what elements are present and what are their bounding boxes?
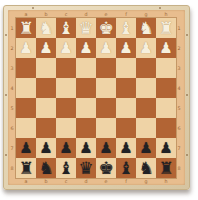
piece-wB[interactable]: ♝ — [58, 18, 73, 38]
piece-bP[interactable]: ♟ — [39, 138, 52, 158]
square-h1[interactable]: ♜ — [156, 18, 176, 38]
piece-wP[interactable]: ♟ — [159, 38, 172, 58]
square-b5[interactable] — [36, 98, 56, 118]
file-label-g: g — [138, 178, 154, 184]
square-g2[interactable]: ♟ — [136, 38, 156, 58]
square-b6[interactable] — [36, 118, 56, 138]
file-label-d: d — [78, 11, 94, 17]
rank-label-4: 4 — [176, 80, 182, 96]
rank-label-2: 2 — [9, 40, 15, 56]
square-c7[interactable]: ♟ — [56, 138, 76, 158]
square-c2[interactable]: ♟ — [56, 38, 76, 58]
square-f1[interactable]: ♝ — [116, 18, 136, 38]
square-a2[interactable]: ♟ — [16, 38, 36, 58]
file-label-d: d — [78, 178, 94, 184]
square-c5[interactable] — [56, 98, 76, 118]
rank-labels-left: 12345678 — [8, 18, 16, 178]
square-f3[interactable] — [116, 58, 136, 78]
square-d6[interactable] — [76, 118, 96, 138]
piece-wN[interactable]: ♞ — [138, 18, 153, 38]
square-h7[interactable]: ♟ — [156, 138, 176, 158]
chess-board[interactable]: ♜♞♝♛♚♝♞♜♟♟♟♟♟♟♟♟♟♟♟♟♟♟♟♟♜♞♝♛♚♝♞♜ — [16, 18, 176, 178]
square-h8[interactable]: ♜ — [156, 158, 176, 178]
file-labels-bottom: abcdefgh — [16, 177, 176, 185]
piece-wP[interactable]: ♟ — [59, 38, 72, 58]
square-h4[interactable] — [156, 78, 176, 98]
square-b7[interactable]: ♟ — [36, 138, 56, 158]
rank-label-3: 3 — [176, 60, 182, 76]
rank-label-4: 4 — [9, 80, 15, 96]
square-d3[interactable] — [76, 58, 96, 78]
piece-bP[interactable]: ♟ — [19, 138, 32, 158]
square-a1[interactable]: ♜ — [16, 18, 36, 38]
square-a5[interactable] — [16, 98, 36, 118]
square-f2[interactable]: ♟ — [116, 38, 136, 58]
rank-label-3: 3 — [9, 60, 15, 76]
square-g6[interactable] — [136, 118, 156, 138]
rank-label-5: 5 — [176, 100, 182, 116]
square-f5[interactable] — [116, 98, 136, 118]
square-d7[interactable]: ♟ — [76, 138, 96, 158]
file-label-e: e — [98, 178, 114, 184]
piece-wQ[interactable]: ♛ — [78, 18, 93, 38]
square-h2[interactable]: ♟ — [156, 38, 176, 58]
frame-screw — [5, 34, 7, 36]
piece-bB[interactable]: ♝ — [58, 158, 73, 178]
square-a8[interactable]: ♜ — [16, 158, 36, 178]
frame-screw — [186, 94, 188, 96]
piece-bP[interactable]: ♟ — [59, 138, 72, 158]
file-label-e: e — [98, 11, 114, 17]
rank-labels-right: 12345678 — [175, 18, 183, 178]
square-b8[interactable]: ♞ — [36, 158, 56, 178]
rank-label-1: 1 — [176, 20, 182, 36]
file-label-f: f — [118, 11, 134, 17]
piece-wP[interactable]: ♟ — [39, 38, 52, 58]
rank-label-8: 8 — [9, 160, 15, 176]
frame-screw — [186, 154, 188, 156]
piece-bN[interactable]: ♞ — [138, 158, 153, 178]
square-e8[interactable]: ♚ — [96, 158, 116, 178]
square-c6[interactable] — [56, 118, 76, 138]
square-g5[interactable] — [136, 98, 156, 118]
square-a7[interactable]: ♟ — [16, 138, 36, 158]
square-h5[interactable] — [156, 98, 176, 118]
frame-screw — [5, 154, 7, 156]
piece-bP[interactable]: ♟ — [99, 138, 112, 158]
file-label-a: a — [18, 178, 34, 184]
file-label-c: c — [58, 11, 74, 17]
square-a4[interactable] — [16, 78, 36, 98]
file-label-g: g — [138, 11, 154, 17]
square-c4[interactable] — [56, 78, 76, 98]
square-g8[interactable]: ♞ — [136, 158, 156, 178]
square-b2[interactable]: ♟ — [36, 38, 56, 58]
square-b1[interactable]: ♞ — [36, 18, 56, 38]
square-g1[interactable]: ♞ — [136, 18, 156, 38]
board-frame: abcdefgh abcdefgh 12345678 12345678 ♜♞♝♛… — [3, 5, 190, 190]
square-g3[interactable] — [136, 58, 156, 78]
piece-wR[interactable]: ♜ — [158, 18, 173, 38]
piece-wR[interactable]: ♜ — [18, 18, 33, 38]
square-e2[interactable]: ♟ — [96, 38, 116, 58]
file-label-b: b — [38, 178, 54, 184]
file-label-c: c — [58, 178, 74, 184]
piece-bP[interactable]: ♟ — [119, 138, 132, 158]
square-g4[interactable] — [136, 78, 156, 98]
file-label-a: a — [18, 11, 34, 17]
piece-wB[interactable]: ♝ — [118, 18, 133, 38]
square-d1[interactable]: ♛ — [76, 18, 96, 38]
rank-label-6: 6 — [176, 120, 182, 136]
piece-wP[interactable]: ♟ — [99, 38, 112, 58]
square-e4[interactable] — [96, 78, 116, 98]
rank-label-7: 7 — [176, 140, 182, 156]
piece-wP[interactable]: ♟ — [119, 38, 132, 58]
square-d4[interactable] — [76, 78, 96, 98]
square-d2[interactable]: ♟ — [76, 38, 96, 58]
square-d8[interactable]: ♛ — [76, 158, 96, 178]
file-label-b: b — [38, 11, 54, 17]
piece-bN[interactable]: ♞ — [38, 158, 53, 178]
square-h6[interactable] — [156, 118, 176, 138]
square-a6[interactable] — [16, 118, 36, 138]
piece-wP[interactable]: ♟ — [19, 38, 32, 58]
piece-bR[interactable]: ♜ — [18, 158, 33, 178]
file-labels-top: abcdefgh — [16, 10, 176, 18]
square-e3[interactable] — [96, 58, 116, 78]
square-b4[interactable] — [36, 78, 56, 98]
piece-bK[interactable]: ♚ — [98, 158, 113, 178]
frame-screw — [32, 7, 34, 9]
piece-bP[interactable]: ♟ — [139, 138, 152, 158]
piece-bB[interactable]: ♝ — [118, 158, 133, 178]
square-e1[interactable]: ♚ — [96, 18, 116, 38]
square-f8[interactable]: ♝ — [116, 158, 136, 178]
rank-label-1: 1 — [9, 20, 15, 36]
rank-label-6: 6 — [9, 120, 15, 136]
square-c1[interactable]: ♝ — [56, 18, 76, 38]
square-e6[interactable] — [96, 118, 116, 138]
square-e5[interactable] — [96, 98, 116, 118]
piece-bP[interactable]: ♟ — [79, 138, 92, 158]
piece-bR[interactable]: ♜ — [158, 158, 173, 178]
rank-label-5: 5 — [9, 100, 15, 116]
square-f7[interactable]: ♟ — [116, 138, 136, 158]
piece-wP[interactable]: ♟ — [79, 38, 92, 58]
piece-wP[interactable]: ♟ — [139, 38, 152, 58]
board-border-mat: abcdefgh abcdefgh 12345678 12345678 ♜♞♝♛… — [8, 10, 185, 185]
rank-label-7: 7 — [9, 140, 15, 156]
frame-screw — [159, 7, 161, 9]
piece-bQ[interactable]: ♛ — [78, 158, 93, 178]
square-f6[interactable] — [116, 118, 136, 138]
frame-screw — [186, 34, 188, 36]
piece-bP[interactable]: ♟ — [159, 138, 172, 158]
square-e7[interactable]: ♟ — [96, 138, 116, 158]
rank-label-8: 8 — [176, 160, 182, 176]
rank-label-2: 2 — [176, 40, 182, 56]
piece-wN[interactable]: ♞ — [38, 18, 53, 38]
square-g7[interactable]: ♟ — [136, 138, 156, 158]
square-h3[interactable] — [156, 58, 176, 78]
piece-wK[interactable]: ♚ — [98, 18, 113, 38]
frame-screw — [5, 94, 7, 96]
file-label-f: f — [118, 178, 134, 184]
square-f4[interactable] — [116, 78, 136, 98]
square-c3[interactable] — [56, 58, 76, 78]
file-label-h: h — [158, 11, 174, 17]
square-b3[interactable] — [36, 58, 56, 78]
square-d5[interactable] — [76, 98, 96, 118]
square-c8[interactable]: ♝ — [56, 158, 76, 178]
square-a3[interactable] — [16, 58, 36, 78]
file-label-h: h — [158, 178, 174, 184]
